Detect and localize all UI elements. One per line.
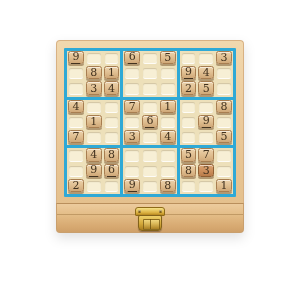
cell-recess	[143, 166, 157, 177]
cell-r1c1[interactable]: 9	[67, 51, 85, 66]
cell-recess	[125, 83, 139, 94]
cell-recess	[217, 166, 231, 177]
cell-r2c2[interactable]: 8	[85, 66, 103, 81]
cell-r3c3[interactable]: 4	[103, 81, 121, 96]
cell-r2c3[interactable]: 1	[103, 66, 121, 81]
tile-digit: 5	[163, 52, 172, 63]
tile-r6c1-7[interactable]: 7	[68, 130, 84, 143]
cell-r5c3[interactable]	[103, 115, 121, 130]
cell-r2c6[interactable]	[159, 66, 177, 81]
cell-r8c7[interactable]: 8	[180, 164, 198, 179]
cell-recess	[105, 102, 119, 113]
tile-r4c4-7[interactable]: 7	[124, 100, 140, 113]
tile-r7c2-4[interactable]: 4	[86, 148, 102, 161]
cell-r9c6[interactable]: 8	[159, 179, 177, 194]
cell-r3c4[interactable]	[123, 81, 141, 96]
cell-r5c4[interactable]	[123, 115, 141, 130]
cell-r4c2[interactable]	[85, 100, 103, 115]
tile-r3c7-2[interactable]: 2	[181, 81, 197, 94]
block-6: 895	[180, 100, 233, 146]
tile-r7c3-8[interactable]: 8	[104, 148, 120, 161]
tile-digit: 3	[202, 165, 211, 176]
tile-r9c6-8[interactable]: 8	[160, 179, 176, 192]
cell-recess	[105, 117, 119, 128]
block-1: 98134	[67, 51, 120, 97]
cell-recess	[182, 181, 196, 192]
cell-r8c1[interactable]	[67, 164, 85, 179]
cell-r7c5[interactable]	[141, 148, 159, 163]
tile-r2c3-1[interactable]: 1	[104, 66, 120, 79]
tile-r7c7-5[interactable]: 5	[181, 148, 197, 161]
cell-r4c7[interactable]	[180, 100, 198, 115]
cell-r5c8[interactable]: 9	[197, 115, 215, 130]
cell-r4c5[interactable]	[141, 100, 159, 115]
cell-r1c6[interactable]: 5	[159, 51, 177, 66]
tile-digit: 8	[220, 101, 229, 112]
cell-r7c7[interactable]: 5	[180, 148, 198, 163]
tile-digit: 1	[89, 116, 98, 127]
tile-r6c9-5[interactable]: 5	[216, 130, 232, 143]
cell-r3c8[interactable]: 5	[197, 81, 215, 96]
tile-digit: 6	[145, 115, 154, 128]
cell-r3c6[interactable]	[159, 81, 177, 96]
tile-r4c6-1[interactable]: 1	[160, 100, 176, 113]
tile-r3c2-3[interactable]: 3	[86, 81, 102, 94]
cell-recess	[182, 132, 196, 143]
tile-r1c1-9[interactable]: 9	[68, 51, 84, 64]
tile-r2c8-4[interactable]: 4	[198, 66, 214, 79]
cell-r1c4[interactable]: 6	[123, 51, 141, 66]
cell-r7c3[interactable]: 8	[103, 148, 121, 163]
sudoku-box: 98134653942541771634895489629857831	[56, 40, 244, 233]
cell-r1c3[interactable]	[103, 51, 121, 66]
cell-r6c8[interactable]	[197, 130, 215, 145]
tile-digit: 4	[71, 101, 80, 112]
tile-r2c7-9[interactable]: 9	[181, 66, 197, 79]
cell-recess	[87, 102, 101, 113]
cell-recess	[161, 150, 175, 161]
cell-recess	[105, 53, 119, 64]
tile-digit: 4	[202, 67, 211, 78]
box-lid-top: 98134653942541771634895489629857831	[56, 40, 244, 203]
cell-recess	[182, 117, 196, 128]
cell-recess	[161, 68, 175, 79]
cell-recess	[143, 83, 157, 94]
cell-r2c1[interactable]	[67, 66, 85, 81]
tile-digit: 7	[71, 131, 80, 142]
cell-r9c2[interactable]	[85, 179, 103, 194]
cell-r2c9[interactable]	[215, 66, 233, 81]
tile-digit: 4	[107, 83, 116, 94]
tile-r2c2-8[interactable]: 8	[86, 66, 102, 79]
cell-recess	[199, 132, 213, 143]
cell-r9c3[interactable]	[103, 179, 121, 194]
tile-digit: 6	[128, 51, 137, 64]
tile-digit: 3	[220, 52, 229, 63]
tile-r7c8-7[interactable]: 7	[198, 148, 214, 161]
cell-r9c5[interactable]	[141, 179, 159, 194]
cell-r6c6[interactable]: 4	[159, 130, 177, 145]
tile-digit: 5	[184, 149, 193, 160]
tile-digit: 8	[184, 165, 193, 176]
cell-r7c9[interactable]	[215, 148, 233, 163]
block-2: 65	[123, 51, 176, 97]
cell-r3c5[interactable]	[141, 81, 159, 96]
cell-r9c1[interactable]: 2	[67, 179, 85, 194]
tile-r8c2-9[interactable]: 9	[86, 164, 102, 177]
cell-recess	[87, 132, 101, 143]
cell-recess	[182, 53, 196, 64]
cell-r3c2[interactable]: 3	[85, 81, 103, 96]
cell-recess	[125, 166, 139, 177]
tile-r6c4-3[interactable]: 3	[124, 130, 140, 143]
tile-r5c2-1[interactable]: 1	[86, 115, 102, 128]
cell-recess	[143, 53, 157, 64]
tile-r4c1-4[interactable]: 4	[68, 100, 84, 113]
cell-r7c2[interactable]: 4	[85, 148, 103, 163]
tile-r5c8-9[interactable]: 9	[198, 115, 214, 128]
cell-r2c7[interactable]: 9	[180, 66, 198, 81]
cell-recess	[125, 150, 139, 161]
tile-digit: 8	[107, 149, 116, 160]
block-3: 39425	[180, 51, 233, 97]
cell-r4c8[interactable]	[197, 100, 215, 115]
tile-r6c6-4[interactable]: 4	[160, 130, 176, 143]
cell-r6c1[interactable]: 7	[67, 130, 85, 145]
cell-recess	[69, 117, 83, 128]
block-4: 417	[67, 100, 120, 146]
cell-recess	[161, 83, 175, 94]
tile-r1c4-6[interactable]: 6	[124, 51, 140, 64]
cell-r3c9[interactable]	[215, 81, 233, 96]
cell-recess	[199, 53, 213, 64]
cell-recess	[143, 132, 157, 143]
clasp-latch-body-icon	[138, 215, 162, 231]
block-9: 57831	[180, 148, 233, 194]
cell-r3c1[interactable]	[67, 81, 85, 96]
cell-recess	[199, 102, 213, 113]
tile-digit: 3	[128, 131, 137, 142]
cell-r5c6[interactable]	[159, 115, 177, 130]
cell-r5c1[interactable]	[67, 115, 85, 130]
cell-recess	[143, 181, 157, 192]
tile-r3c8-5[interactable]: 5	[198, 81, 214, 94]
cell-r8c6[interactable]	[159, 164, 177, 179]
cell-r1c9[interactable]: 3	[215, 51, 233, 66]
cell-recess	[105, 132, 119, 143]
cell-r8c4[interactable]	[123, 164, 141, 179]
tile-digit: 2	[71, 180, 80, 191]
cell-r2c4[interactable]	[123, 66, 141, 81]
cell-recess	[161, 166, 175, 177]
tile-digit: 9	[202, 115, 211, 128]
cell-recess	[69, 83, 83, 94]
tile-r8c8-3[interactable]: 3	[198, 164, 214, 177]
cell-r4c1[interactable]: 4	[67, 100, 85, 115]
tile-r5c5-6[interactable]: 6	[142, 115, 158, 128]
cell-r8c3[interactable]: 6	[103, 164, 121, 179]
sudoku-board: 98134653942541771634895489629857831	[64, 48, 236, 197]
block-5: 71634	[123, 100, 176, 146]
cell-r5c5[interactable]: 6	[141, 115, 159, 130]
cell-r6c5[interactable]	[141, 130, 159, 145]
tile-r8c7-8[interactable]: 8	[181, 164, 197, 177]
cell-r1c2[interactable]	[85, 51, 103, 66]
cell-r6c4[interactable]: 3	[123, 130, 141, 145]
box-front-panel	[56, 203, 244, 233]
tile-r9c1-2[interactable]: 2	[68, 179, 84, 192]
cell-r1c7[interactable]	[180, 51, 198, 66]
tile-digit: 7	[128, 101, 137, 112]
tile-r9c9-1[interactable]: 1	[216, 179, 232, 192]
tile-digit: 5	[202, 83, 211, 94]
brass-clasp	[135, 207, 165, 232]
cell-r7c8[interactable]: 7	[197, 148, 215, 163]
cell-r2c8[interactable]: 4	[197, 66, 215, 81]
tile-digit: 8	[89, 67, 98, 78]
cell-recess	[69, 68, 83, 79]
cell-r9c7[interactable]	[180, 179, 198, 194]
cell-r6c9[interactable]: 5	[215, 130, 233, 145]
cell-r7c1[interactable]	[67, 148, 85, 163]
cell-recess	[69, 166, 83, 177]
cell-recess	[143, 150, 157, 161]
cell-r8c8[interactable]: 3	[197, 164, 215, 179]
cell-recess	[87, 53, 101, 64]
cell-r4c4[interactable]: 7	[123, 100, 141, 115]
tile-digit: 9	[184, 66, 193, 79]
cell-r6c3[interactable]	[103, 130, 121, 145]
tile-digit: 9	[128, 179, 137, 192]
cell-recess	[217, 68, 231, 79]
cell-r4c3[interactable]	[103, 100, 121, 115]
cell-r5c7[interactable]	[180, 115, 198, 130]
tile-digit: 2	[184, 83, 193, 94]
tile-r9c4-9[interactable]: 9	[124, 179, 140, 192]
cell-recess	[125, 68, 139, 79]
cell-recess	[182, 102, 196, 113]
cell-r8c9[interactable]	[215, 164, 233, 179]
cell-r3c7[interactable]: 2	[180, 81, 198, 96]
cell-r7c6[interactable]	[159, 148, 177, 163]
tile-digit: 1	[107, 67, 116, 78]
cell-recess	[161, 117, 175, 128]
photo-canvas: 98134653942541771634895489629857831	[0, 0, 300, 300]
cell-recess	[143, 68, 157, 79]
cell-r7c4[interactable]	[123, 148, 141, 163]
cell-recess	[87, 181, 101, 192]
cell-r8c2[interactable]: 9	[85, 164, 103, 179]
tile-digit: 8	[163, 180, 172, 191]
cell-r5c9[interactable]	[215, 115, 233, 130]
tile-r8c3-6[interactable]: 6	[104, 164, 120, 177]
cell-r6c2[interactable]	[85, 130, 103, 145]
cell-r1c8[interactable]	[197, 51, 215, 66]
tile-digit: 9	[89, 164, 98, 177]
block-8: 98	[123, 148, 176, 194]
tile-digit: 1	[163, 101, 172, 112]
cell-r4c9[interactable]: 8	[215, 100, 233, 115]
tile-r4c9-8[interactable]: 8	[216, 100, 232, 113]
tile-digit: 4	[163, 131, 172, 142]
cell-recess	[143, 102, 157, 113]
tile-r1c9-3[interactable]: 3	[216, 51, 232, 64]
cell-r6c7[interactable]	[180, 130, 198, 145]
cell-r9c8[interactable]	[197, 179, 215, 194]
cell-r5c2[interactable]: 1	[85, 115, 103, 130]
tile-digit: 4	[89, 149, 98, 160]
cell-r4c6[interactable]: 1	[159, 100, 177, 115]
tile-digit: 5	[220, 131, 229, 142]
tile-digit: 1	[220, 180, 229, 191]
cell-recess	[69, 150, 83, 161]
tile-r1c6-5[interactable]: 5	[160, 51, 176, 64]
cell-r9c4[interactable]: 9	[123, 179, 141, 194]
cell-recess	[217, 117, 231, 128]
cell-recess	[217, 83, 231, 94]
tile-digit: 6	[107, 164, 116, 177]
cell-recess	[125, 117, 139, 128]
cell-r8c5[interactable]	[141, 164, 159, 179]
cell-r9c9[interactable]: 1	[215, 179, 233, 194]
tile-digit: 9	[71, 51, 80, 64]
tile-digit: 7	[202, 149, 211, 160]
cell-recess	[217, 150, 231, 161]
cell-r2c5[interactable]	[141, 66, 159, 81]
cell-recess	[105, 181, 119, 192]
tile-digit: 3	[89, 83, 98, 94]
tile-r3c3-4[interactable]: 4	[104, 81, 120, 94]
cell-r1c5[interactable]	[141, 51, 159, 66]
block-7: 48962	[67, 148, 120, 194]
cell-recess	[199, 181, 213, 192]
